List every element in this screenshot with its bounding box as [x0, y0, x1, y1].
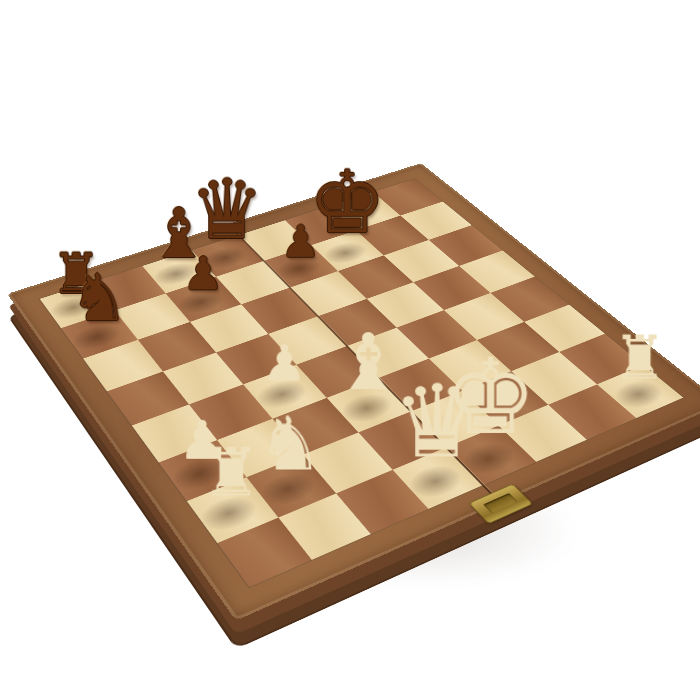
product-photo: ♜♝♛♞♟♟♚♟♟♝♜♞♛♚♜: [0, 0, 700, 700]
chess-board: ♜♝♛♞♟♟♚♟♟♝♜♞♛♚♜: [7, 163, 700, 621]
square-b5[interactable]: [162, 352, 243, 404]
scene: ♜♝♛♞♟♟♚♟♟♝♜♞♛♚♜: [0, 0, 700, 700]
square-g1[interactable]: [548, 384, 636, 440]
white-rook-h1[interactable]: ♜: [606, 323, 672, 391]
brass-clasp-icon: [468, 484, 533, 525]
clasp-slot: [483, 493, 518, 514]
square-a6[interactable]: [83, 340, 162, 391]
white-pawn-c4[interactable]: ♟: [257, 335, 312, 391]
white-rook-a2[interactable]: ♜: [195, 435, 268, 510]
white-queen-d1[interactable]: ♛: [382, 364, 493, 477]
